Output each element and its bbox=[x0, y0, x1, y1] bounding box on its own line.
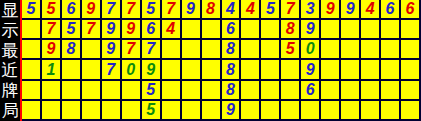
grid-cell: 9 bbox=[301, 20, 321, 40]
grid-cell: 0 bbox=[122, 60, 142, 80]
grid-cell bbox=[162, 81, 182, 101]
grid-cell bbox=[381, 40, 401, 60]
board-title-char: 显 bbox=[0, 0, 20, 20]
grid-cell bbox=[261, 81, 281, 101]
grid-cell bbox=[202, 60, 222, 80]
grid-cell: 5 bbox=[142, 81, 162, 101]
grid-cell bbox=[182, 40, 202, 60]
grid-cell bbox=[62, 60, 82, 80]
grid-cell bbox=[281, 101, 301, 121]
grid-cell: 5 bbox=[281, 40, 301, 60]
grid-cell: 9 bbox=[102, 40, 122, 60]
grid-cell: 4 bbox=[361, 0, 381, 20]
grid-cell: 7 bbox=[122, 0, 142, 20]
grid-cell: 4 bbox=[241, 0, 261, 20]
grid-cell bbox=[381, 20, 401, 40]
grid-cell bbox=[261, 20, 281, 40]
grid-cell bbox=[162, 101, 182, 121]
grid-cell bbox=[361, 60, 381, 80]
grid-cell bbox=[321, 20, 341, 40]
grid-cell: 6 bbox=[62, 0, 82, 20]
grid-cell bbox=[82, 60, 102, 80]
grid-cell bbox=[361, 101, 381, 121]
grid-cell bbox=[361, 81, 381, 101]
grid-cell: 5 bbox=[142, 0, 162, 20]
grid-cell bbox=[401, 20, 421, 40]
grid-cell: 7 bbox=[281, 0, 301, 20]
grid-cell bbox=[261, 60, 281, 80]
grid-cell bbox=[341, 20, 361, 40]
grid-cell bbox=[281, 60, 301, 80]
grid-cell bbox=[241, 20, 261, 40]
grid-cell: 6 bbox=[381, 0, 401, 20]
grid-cell: 8 bbox=[202, 0, 222, 20]
grid-cell bbox=[241, 60, 261, 80]
grid-cell bbox=[82, 101, 102, 121]
grid-cell bbox=[281, 81, 301, 101]
grid-cell bbox=[381, 101, 401, 121]
board-title: 显 示 最 近 牌 局 bbox=[0, 0, 22, 121]
grid-cell: 5 bbox=[62, 20, 82, 40]
grid-cell bbox=[22, 40, 42, 60]
grid-cell: 9 bbox=[182, 0, 202, 20]
grid-cell bbox=[42, 81, 62, 101]
grid-cell bbox=[321, 40, 341, 60]
grid-cell bbox=[361, 40, 381, 60]
grid-cell: 8 bbox=[222, 40, 242, 60]
grid-cell bbox=[162, 60, 182, 80]
grid-cell bbox=[22, 20, 42, 40]
grid-cell bbox=[182, 81, 202, 101]
grid-cell bbox=[22, 60, 42, 80]
grid-cell bbox=[301, 101, 321, 121]
grid-cell bbox=[82, 81, 102, 101]
grid-cell bbox=[202, 40, 222, 60]
grid-cell: 6 bbox=[401, 0, 421, 20]
grid-cell: 9 bbox=[122, 20, 142, 40]
grid-cell: 4 bbox=[222, 0, 242, 20]
grid-cell bbox=[182, 20, 202, 40]
grid-cell: 7 bbox=[102, 0, 122, 20]
grid-cell bbox=[62, 81, 82, 101]
grid-cell: 5 bbox=[261, 0, 281, 20]
grid-cell: 8 bbox=[281, 20, 301, 40]
grid-cell: 0 bbox=[301, 40, 321, 60]
grid-cell: 8 bbox=[62, 40, 82, 60]
grid-cell: 8 bbox=[222, 60, 242, 80]
grid-cell bbox=[401, 60, 421, 80]
grid-cell bbox=[22, 81, 42, 101]
grid-cell: 7 bbox=[102, 60, 122, 80]
grid-cell: 9 bbox=[142, 60, 162, 80]
grid-cell bbox=[122, 101, 142, 121]
grid-cell: 9 bbox=[341, 0, 361, 20]
grid-cell bbox=[401, 40, 421, 60]
board-title-char: 局 bbox=[0, 101, 20, 121]
grid-cell bbox=[22, 101, 42, 121]
grid-cell: 8 bbox=[222, 81, 242, 101]
grid-cell bbox=[341, 60, 361, 80]
grid-cell: 7 bbox=[82, 20, 102, 40]
grid-cell bbox=[202, 81, 222, 101]
grid-cell: 9 bbox=[222, 101, 242, 121]
grid-cell: 5 bbox=[42, 0, 62, 20]
grid-cell bbox=[321, 101, 341, 121]
board-title-char: 最 bbox=[0, 40, 20, 60]
grid-cell bbox=[321, 81, 341, 101]
grid-cell bbox=[241, 101, 261, 121]
grid-cell bbox=[102, 101, 122, 121]
result-grid: 5569775798445739946675799646899897785017… bbox=[22, 0, 421, 121]
grid-cell bbox=[202, 20, 222, 40]
grid-cell: 1 bbox=[42, 60, 62, 80]
grid-cell bbox=[341, 40, 361, 60]
grid-cell bbox=[241, 81, 261, 101]
grid-cell bbox=[122, 81, 142, 101]
grid-cell bbox=[261, 40, 281, 60]
grid-cell: 6 bbox=[142, 20, 162, 40]
grid-cell bbox=[42, 101, 62, 121]
grid-cell bbox=[381, 81, 401, 101]
grid-cell: 6 bbox=[301, 81, 321, 101]
grid-cell: 7 bbox=[122, 40, 142, 60]
grid-cell: 9 bbox=[82, 0, 102, 20]
grid-cell: 5 bbox=[22, 0, 42, 20]
grid-cell: 7 bbox=[42, 20, 62, 40]
grid-cell bbox=[341, 81, 361, 101]
grid-cell: 6 bbox=[222, 20, 242, 40]
grid-cell bbox=[82, 40, 102, 60]
grid-cell bbox=[62, 101, 82, 121]
grid-cell bbox=[261, 101, 281, 121]
grid-cell: 9 bbox=[102, 20, 122, 40]
grid-cell: 9 bbox=[321, 0, 341, 20]
grid-cell: 7 bbox=[142, 40, 162, 60]
grid-cell bbox=[321, 60, 341, 80]
grid-cell: 9 bbox=[42, 40, 62, 60]
grid-cell bbox=[202, 101, 222, 121]
grid-cell bbox=[401, 101, 421, 121]
board-title-char: 近 bbox=[0, 61, 20, 81]
board-title-char: 示 bbox=[0, 20, 20, 40]
grid-cell bbox=[102, 81, 122, 101]
grid-cell bbox=[361, 20, 381, 40]
grid-cell bbox=[182, 60, 202, 80]
grid-cell: 5 bbox=[142, 101, 162, 121]
grid-cell: 4 bbox=[162, 20, 182, 40]
grid-cell bbox=[341, 101, 361, 121]
game-history-board: 显 示 最 近 牌 局 5569775798445739946675799646… bbox=[0, 0, 421, 121]
grid-cell bbox=[182, 101, 202, 121]
grid-cell: 7 bbox=[162, 0, 182, 20]
grid-cell bbox=[381, 60, 401, 80]
grid-cell bbox=[162, 40, 182, 60]
board-title-char: 牌 bbox=[0, 81, 20, 101]
grid-cell bbox=[241, 40, 261, 60]
grid-cell: 3 bbox=[301, 0, 321, 20]
grid-cell bbox=[401, 81, 421, 101]
grid-cell: 9 bbox=[301, 60, 321, 80]
